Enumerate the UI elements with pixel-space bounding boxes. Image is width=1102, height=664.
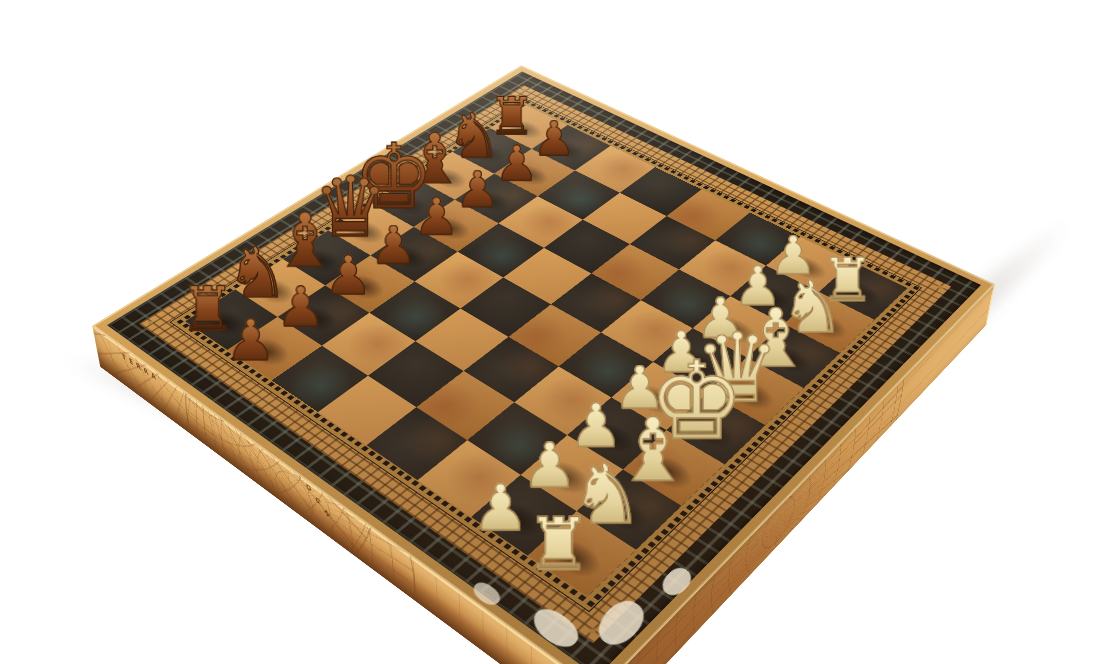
chess-set-box: TERRA COGN ✦ ✦ ✦ ✦ ♜♟♟♜♞♟♟♞♝♟♟♝♚♟♟♛♛♟♟♚♝… <box>92 66 994 664</box>
black-pawn[interactable]: ♟ <box>414 197 460 239</box>
board-top: ✦ ✦ ✦ ✦ ♜♟♟♜♞♟♟♞♝♟♟♝♚♟♟♛♛♟♟♚♝♟♟♝♞♟♟♞♜♟♟♜ <box>92 66 994 664</box>
black-pawn[interactable]: ♟ <box>370 225 417 268</box>
black-pawn[interactable]: ♟ <box>276 285 325 330</box>
scene: TERRA COGN ✦ ✦ ✦ ✦ ♜♟♟♜♞♟♟♞♝♟♟♝♚♟♟♛♛♟♟♚♝… <box>0 0 1102 664</box>
black-pawn[interactable]: ♟ <box>495 144 539 184</box>
white-rook[interactable]: ♜ <box>526 515 591 575</box>
product-photo: TERRA COGN ✦ ✦ ✦ ✦ ♜♟♟♜♞♟♟♞♝♟♟♝♚♟♟♛♛♟♟♚♝… <box>0 0 1102 664</box>
scuff-mark <box>525 604 587 653</box>
black-pawn[interactable]: ♟ <box>533 120 576 159</box>
scuff-mark <box>656 565 698 600</box>
corner-star-icon: ✦ <box>932 282 948 293</box>
black-pawn[interactable]: ♟ <box>324 254 372 298</box>
corner-star-icon: ✦ <box>142 317 160 328</box>
black-pawn[interactable]: ♟ <box>226 318 277 364</box>
square-e5[interactable] <box>460 278 551 337</box>
black-pawn[interactable]: ♟ <box>455 170 500 211</box>
white-pawn[interactable]: ♟ <box>472 483 529 535</box>
scuff-mark <box>588 596 653 652</box>
